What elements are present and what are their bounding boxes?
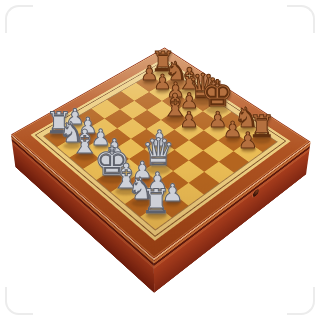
square-c2 bbox=[86, 138, 115, 159]
square-g4 bbox=[174, 160, 204, 182]
square-h6 bbox=[219, 151, 249, 172]
square-f5 bbox=[174, 140, 203, 161]
scene-3d bbox=[0, 0, 320, 320]
square-f4 bbox=[159, 150, 189, 171]
square-f2 bbox=[127, 170, 158, 193]
square-g6 bbox=[204, 140, 234, 161]
square-h4 bbox=[189, 172, 220, 195]
square-d2 bbox=[99, 148, 129, 169]
square-e3 bbox=[129, 149, 159, 170]
square-g3 bbox=[158, 171, 189, 194]
square-f1 bbox=[111, 181, 142, 204]
square-b1 bbox=[57, 137, 86, 158]
square-g1 bbox=[125, 193, 157, 217]
square-e4 bbox=[145, 139, 174, 160]
chess-set-photo: ♜♟♞♟♝♟♛♟♚♝♟♟♟♞♜♟♟♜♞♟♟♟♝♟♛♚♟♝♟♞♟♜ bbox=[0, 0, 320, 320]
square-g2 bbox=[142, 182, 173, 205]
square-h1 bbox=[140, 205, 172, 230]
square-g5 bbox=[189, 150, 219, 171]
square-e1 bbox=[96, 169, 127, 191]
drawer-hole bbox=[253, 188, 259, 198]
square-d3 bbox=[115, 138, 144, 159]
square-e2 bbox=[113, 159, 143, 181]
square-h5 bbox=[204, 161, 234, 183]
square-h2 bbox=[157, 193, 189, 217]
chess-box bbox=[11, 48, 311, 259]
board-frame bbox=[11, 48, 311, 259]
square-c1 bbox=[70, 147, 100, 168]
square-f3 bbox=[143, 160, 173, 182]
square-h7 bbox=[233, 141, 263, 162]
square-h3 bbox=[173, 182, 204, 205]
square-d1 bbox=[83, 158, 113, 180]
